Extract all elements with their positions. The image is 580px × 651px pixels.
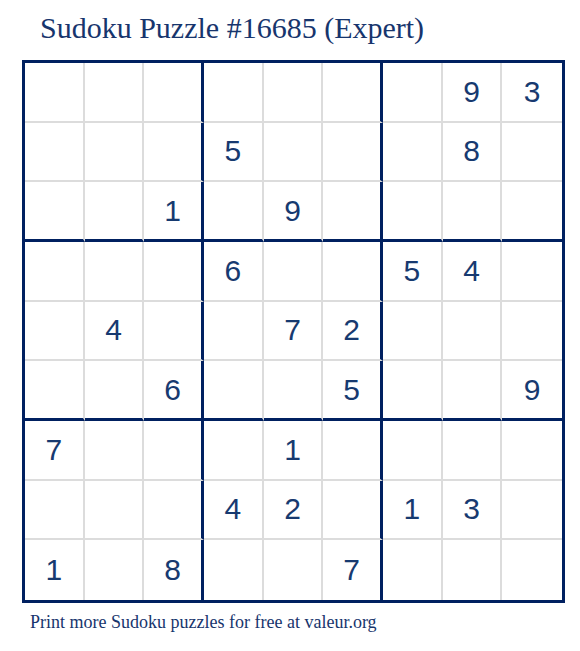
cell-r9c4 — [204, 540, 264, 600]
cell-r7c8 — [443, 421, 503, 481]
cell-r9c6: 7 — [323, 540, 383, 600]
cell-r7c5: 1 — [264, 421, 324, 481]
cell-r7c3 — [144, 421, 204, 481]
cell-r8c2 — [85, 481, 145, 541]
cell-r7c2 — [85, 421, 145, 481]
cell-r8c1 — [25, 481, 85, 541]
cell-r7c9 — [502, 421, 562, 481]
cell-r6c4 — [204, 361, 264, 421]
cell-r1c6 — [323, 63, 383, 123]
cell-r2c7 — [383, 123, 443, 183]
cell-r1c9: 3 — [502, 63, 562, 123]
cell-r4c8: 4 — [443, 242, 503, 302]
cell-r6c8 — [443, 361, 503, 421]
cell-r3c5: 9 — [264, 182, 324, 242]
cell-r1c5 — [264, 63, 324, 123]
cell-r3c8 — [443, 182, 503, 242]
cell-r9c1: 1 — [25, 540, 85, 600]
cell-r2c5 — [264, 123, 324, 183]
cell-r3c3: 1 — [144, 182, 204, 242]
cell-r3c6 — [323, 182, 383, 242]
cell-r6c5 — [264, 361, 324, 421]
cell-r5c4 — [204, 302, 264, 362]
cell-r8c3 — [144, 481, 204, 541]
cell-r1c1 — [25, 63, 85, 123]
footer-text: Print more Sudoku puzzles for free at va… — [30, 612, 377, 633]
cell-r1c8: 9 — [443, 63, 503, 123]
cell-r9c5 — [264, 540, 324, 600]
cell-r7c1: 7 — [25, 421, 85, 481]
sudoku-board: 935819654472659714213187 — [22, 60, 565, 603]
cell-r5c3 — [144, 302, 204, 362]
cell-r5c1 — [25, 302, 85, 362]
cell-r5c6: 2 — [323, 302, 383, 362]
cell-r2c2 — [85, 123, 145, 183]
cell-r2c6 — [323, 123, 383, 183]
cell-r8c6 — [323, 481, 383, 541]
cell-r3c4 — [204, 182, 264, 242]
cell-r3c9 — [502, 182, 562, 242]
cell-r4c6 — [323, 242, 383, 302]
cell-r9c9 — [502, 540, 562, 600]
cell-r5c5: 7 — [264, 302, 324, 362]
cell-r6c3: 6 — [144, 361, 204, 421]
page-title: Sudoku Puzzle #16685 (Expert) — [40, 11, 424, 45]
cell-r5c8 — [443, 302, 503, 362]
cell-r4c3 — [144, 242, 204, 302]
cell-r9c3: 8 — [144, 540, 204, 600]
cell-r1c3 — [144, 63, 204, 123]
cell-r5c9 — [502, 302, 562, 362]
cell-r8c4: 4 — [204, 481, 264, 541]
cell-r6c1 — [25, 361, 85, 421]
cell-r4c2 — [85, 242, 145, 302]
cell-r4c7: 5 — [383, 242, 443, 302]
cell-r8c5: 2 — [264, 481, 324, 541]
cell-r1c4 — [204, 63, 264, 123]
cell-r5c2: 4 — [85, 302, 145, 362]
cell-r3c1 — [25, 182, 85, 242]
cell-r7c7 — [383, 421, 443, 481]
cell-r8c7: 1 — [383, 481, 443, 541]
cell-r2c1 — [25, 123, 85, 183]
cell-r3c2 — [85, 182, 145, 242]
cell-r2c4: 5 — [204, 123, 264, 183]
cell-r9c2 — [85, 540, 145, 600]
cell-r9c8 — [443, 540, 503, 600]
cell-r6c7 — [383, 361, 443, 421]
cell-r1c2 — [85, 63, 145, 123]
cell-r7c6 — [323, 421, 383, 481]
cell-r4c9 — [502, 242, 562, 302]
cell-r4c5 — [264, 242, 324, 302]
cell-r1c7 — [383, 63, 443, 123]
cell-r6c9: 9 — [502, 361, 562, 421]
cell-r8c9 — [502, 481, 562, 541]
cell-r5c7 — [383, 302, 443, 362]
cell-r6c6: 5 — [323, 361, 383, 421]
cell-r2c3 — [144, 123, 204, 183]
cell-r7c4 — [204, 421, 264, 481]
cell-r4c4: 6 — [204, 242, 264, 302]
cell-r6c2 — [85, 361, 145, 421]
cell-r3c7 — [383, 182, 443, 242]
page: Sudoku Puzzle #16685 (Expert) 9358196544… — [0, 0, 580, 651]
cell-r8c8: 3 — [443, 481, 503, 541]
cell-r2c9 — [502, 123, 562, 183]
cell-r2c8: 8 — [443, 123, 503, 183]
cell-r9c7 — [383, 540, 443, 600]
cell-r4c1 — [25, 242, 85, 302]
